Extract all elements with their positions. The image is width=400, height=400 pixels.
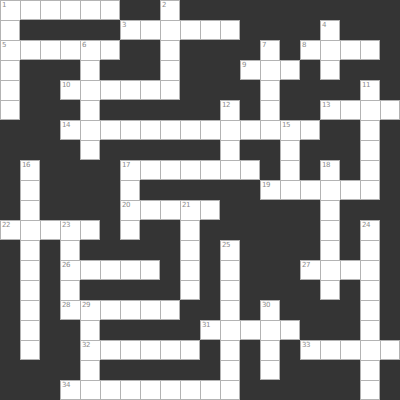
black-cell bbox=[380, 300, 400, 320]
black-cell bbox=[300, 160, 320, 180]
black-cell bbox=[340, 0, 360, 20]
black-cell bbox=[140, 140, 160, 160]
black-cell bbox=[20, 20, 40, 40]
grid-cell[interactable] bbox=[240, 320, 260, 340]
grid-cell[interactable] bbox=[280, 160, 300, 180]
black-cell bbox=[220, 60, 240, 80]
black-cell bbox=[160, 100, 180, 120]
black-cell bbox=[40, 360, 60, 380]
black-cell bbox=[20, 100, 40, 120]
grid-cell[interactable] bbox=[120, 120, 140, 140]
grid-cell[interactable]: 7 bbox=[260, 40, 280, 60]
black-cell bbox=[240, 300, 260, 320]
black-cell bbox=[100, 220, 120, 240]
grid-cell[interactable] bbox=[220, 320, 240, 340]
grid-cell[interactable]: 10 bbox=[60, 80, 80, 100]
grid-cell[interactable] bbox=[80, 220, 100, 240]
black-cell bbox=[20, 140, 40, 160]
grid-cell[interactable] bbox=[320, 260, 340, 280]
grid-cell[interactable] bbox=[20, 220, 40, 240]
grid-cell[interactable] bbox=[200, 380, 220, 400]
grid-cell[interactable] bbox=[180, 220, 200, 240]
grid-cell[interactable] bbox=[140, 260, 160, 280]
grid-cell[interactable] bbox=[120, 80, 140, 100]
black-cell bbox=[380, 180, 400, 200]
black-cell bbox=[240, 260, 260, 280]
grid-cell[interactable]: 29 bbox=[80, 300, 100, 320]
grid-cell[interactable] bbox=[220, 300, 240, 320]
grid-cell[interactable]: 1 bbox=[0, 0, 20, 20]
black-cell bbox=[300, 200, 320, 220]
black-cell bbox=[160, 220, 180, 240]
grid-cell[interactable]: 20 bbox=[120, 200, 140, 220]
black-cell bbox=[80, 240, 100, 260]
black-cell bbox=[20, 360, 40, 380]
black-cell bbox=[300, 220, 320, 240]
black-cell bbox=[200, 340, 220, 360]
grid-cell[interactable] bbox=[80, 260, 100, 280]
black-cell bbox=[260, 160, 280, 180]
grid-cell[interactable] bbox=[20, 40, 40, 60]
black-cell bbox=[140, 220, 160, 240]
clue-number: 21 bbox=[182, 201, 190, 210]
grid-cell[interactable]: 5 bbox=[0, 40, 20, 60]
grid-cell[interactable]: 9 bbox=[240, 60, 260, 80]
black-cell bbox=[380, 40, 400, 60]
black-cell bbox=[280, 20, 300, 40]
black-cell bbox=[180, 140, 200, 160]
clue-number: 5 bbox=[2, 41, 6, 50]
grid-cell[interactable] bbox=[340, 260, 360, 280]
black-cell bbox=[180, 0, 200, 20]
black-cell bbox=[20, 80, 40, 100]
grid-cell[interactable] bbox=[340, 340, 360, 360]
grid-cell[interactable]: 14 bbox=[60, 120, 80, 140]
grid-cell[interactable]: 11 bbox=[360, 80, 380, 100]
grid-cell[interactable] bbox=[20, 0, 40, 20]
grid-cell[interactable] bbox=[220, 160, 240, 180]
black-cell bbox=[0, 280, 20, 300]
black-cell bbox=[380, 360, 400, 380]
grid-cell[interactable] bbox=[140, 300, 160, 320]
black-cell bbox=[200, 220, 220, 240]
grid-cell[interactable] bbox=[40, 0, 60, 20]
grid-cell[interactable] bbox=[60, 40, 80, 60]
grid-cell[interactable] bbox=[360, 160, 380, 180]
grid-cell[interactable] bbox=[120, 340, 140, 360]
black-cell bbox=[380, 220, 400, 240]
black-cell bbox=[140, 40, 160, 60]
black-cell bbox=[120, 100, 140, 120]
grid-cell[interactable]: 26 bbox=[60, 260, 80, 280]
black-cell bbox=[300, 240, 320, 260]
grid-cell[interactable]: 27 bbox=[300, 260, 320, 280]
black-cell bbox=[380, 280, 400, 300]
grid-cell[interactable] bbox=[100, 40, 120, 60]
black-cell bbox=[0, 300, 20, 320]
black-cell bbox=[240, 380, 260, 400]
black-cell bbox=[260, 220, 280, 240]
grid-cell[interactable]: 12 bbox=[220, 100, 240, 120]
black-cell bbox=[240, 340, 260, 360]
clue-number: 10 bbox=[62, 81, 70, 90]
grid-cell[interactable] bbox=[260, 320, 280, 340]
black-cell bbox=[0, 160, 20, 180]
grid-cell[interactable] bbox=[20, 340, 40, 360]
grid-cell[interactable] bbox=[360, 380, 380, 400]
grid-cell[interactable] bbox=[20, 240, 40, 260]
grid-cell[interactable] bbox=[360, 240, 380, 260]
grid-cell[interactable] bbox=[320, 240, 340, 260]
black-cell bbox=[380, 260, 400, 280]
grid-cell[interactable] bbox=[140, 380, 160, 400]
grid-cell[interactable] bbox=[80, 360, 100, 380]
grid-cell[interactable] bbox=[180, 160, 200, 180]
grid-cell[interactable] bbox=[300, 120, 320, 140]
grid-cell[interactable] bbox=[360, 180, 380, 200]
grid-cell[interactable] bbox=[360, 120, 380, 140]
black-cell bbox=[120, 0, 140, 20]
black-cell bbox=[180, 100, 200, 120]
black-cell bbox=[340, 20, 360, 40]
grid-cell[interactable] bbox=[360, 340, 380, 360]
black-cell bbox=[320, 80, 340, 100]
grid-cell[interactable] bbox=[380, 340, 400, 360]
grid-cell[interactable] bbox=[160, 380, 180, 400]
grid-cell[interactable] bbox=[320, 280, 340, 300]
black-cell bbox=[380, 20, 400, 40]
grid-cell[interactable] bbox=[180, 340, 200, 360]
grid-cell[interactable] bbox=[320, 180, 340, 200]
grid-cell[interactable]: 8 bbox=[300, 40, 320, 60]
grid-cell[interactable] bbox=[160, 80, 180, 100]
grid-cell[interactable] bbox=[140, 340, 160, 360]
grid-cell[interactable] bbox=[200, 160, 220, 180]
black-cell bbox=[60, 20, 80, 40]
grid-cell[interactable] bbox=[320, 60, 340, 80]
grid-cell[interactable] bbox=[360, 280, 380, 300]
grid-cell[interactable] bbox=[120, 300, 140, 320]
grid-cell[interactable] bbox=[260, 340, 280, 360]
grid-cell[interactable] bbox=[340, 40, 360, 60]
grid-cell[interactable] bbox=[380, 100, 400, 120]
black-cell bbox=[60, 60, 80, 80]
grid-cell[interactable]: 21 bbox=[180, 200, 200, 220]
grid-cell[interactable] bbox=[260, 360, 280, 380]
black-cell bbox=[260, 380, 280, 400]
black-cell bbox=[0, 340, 20, 360]
black-cell bbox=[380, 0, 400, 20]
black-cell bbox=[260, 240, 280, 260]
clue-number: 9 bbox=[242, 61, 246, 70]
grid-cell[interactable] bbox=[180, 240, 200, 260]
black-cell bbox=[0, 360, 20, 380]
grid-cell[interactable] bbox=[160, 20, 180, 40]
black-cell bbox=[120, 240, 140, 260]
black-cell bbox=[40, 180, 60, 200]
grid-cell[interactable]: 15 bbox=[280, 120, 300, 140]
black-cell bbox=[140, 0, 160, 20]
grid-cell[interactable] bbox=[100, 120, 120, 140]
black-cell bbox=[40, 340, 60, 360]
black-cell bbox=[100, 200, 120, 220]
grid-cell[interactable]: 31 bbox=[200, 320, 220, 340]
black-cell bbox=[120, 60, 140, 80]
black-cell bbox=[300, 0, 320, 20]
black-cell bbox=[40, 260, 60, 280]
grid-cell[interactable] bbox=[100, 260, 120, 280]
grid-cell[interactable] bbox=[40, 220, 60, 240]
grid-cell[interactable] bbox=[280, 60, 300, 80]
black-cell bbox=[300, 100, 320, 120]
grid-cell[interactable] bbox=[20, 300, 40, 320]
black-cell bbox=[340, 380, 360, 400]
grid-cell[interactable] bbox=[220, 340, 240, 360]
black-cell bbox=[280, 260, 300, 280]
black-cell bbox=[60, 320, 80, 340]
grid-cell[interactable] bbox=[360, 40, 380, 60]
black-cell bbox=[240, 0, 260, 20]
grid-cell[interactable] bbox=[140, 20, 160, 40]
grid-cell[interactable] bbox=[360, 300, 380, 320]
grid-cell[interactable] bbox=[220, 260, 240, 280]
grid-cell[interactable] bbox=[220, 140, 240, 160]
grid-cell[interactable] bbox=[200, 120, 220, 140]
black-cell bbox=[320, 360, 340, 380]
grid-cell[interactable] bbox=[20, 280, 40, 300]
grid-cell[interactable] bbox=[120, 180, 140, 200]
black-cell bbox=[380, 80, 400, 100]
grid-cell[interactable] bbox=[320, 340, 340, 360]
black-cell bbox=[100, 240, 120, 260]
black-cell bbox=[240, 100, 260, 120]
grid-cell[interactable] bbox=[100, 340, 120, 360]
grid-cell[interactable] bbox=[280, 180, 300, 200]
grid-cell[interactable] bbox=[360, 320, 380, 340]
grid-cell[interactable] bbox=[100, 80, 120, 100]
black-cell bbox=[100, 100, 120, 120]
grid-cell[interactable] bbox=[100, 380, 120, 400]
black-cell bbox=[200, 360, 220, 380]
black-cell bbox=[20, 60, 40, 80]
black-cell bbox=[40, 20, 60, 40]
black-cell bbox=[100, 20, 120, 40]
grid-cell[interactable] bbox=[80, 320, 100, 340]
grid-cell[interactable] bbox=[80, 380, 100, 400]
black-cell bbox=[80, 20, 100, 40]
clue-number: 14 bbox=[62, 121, 70, 130]
grid-cell[interactable] bbox=[320, 200, 340, 220]
clue-number: 25 bbox=[222, 241, 230, 250]
grid-cell[interactable] bbox=[320, 40, 340, 60]
grid-cell[interactable]: 3 bbox=[120, 20, 140, 40]
grid-cell[interactable] bbox=[180, 120, 200, 140]
grid-cell[interactable]: 13 bbox=[320, 100, 340, 120]
grid-cell[interactable] bbox=[200, 200, 220, 220]
grid-cell[interactable] bbox=[160, 300, 180, 320]
grid-cell[interactable] bbox=[160, 120, 180, 140]
grid-cell[interactable] bbox=[80, 140, 100, 160]
grid-cell[interactable]: 33 bbox=[300, 340, 320, 360]
grid-cell[interactable] bbox=[80, 0, 100, 20]
grid-cell[interactable] bbox=[100, 300, 120, 320]
grid-cell[interactable] bbox=[120, 260, 140, 280]
clue-number: 29 bbox=[82, 301, 90, 310]
grid-cell[interactable] bbox=[360, 140, 380, 160]
grid-cell[interactable] bbox=[80, 100, 100, 120]
grid-cell[interactable] bbox=[220, 20, 240, 40]
grid-cell[interactable] bbox=[360, 360, 380, 380]
black-cell bbox=[200, 100, 220, 120]
clue-number: 30 bbox=[262, 301, 270, 310]
black-cell bbox=[380, 160, 400, 180]
grid-cell[interactable]: 2 bbox=[160, 0, 180, 20]
black-cell bbox=[320, 140, 340, 160]
grid-cell[interactable]: 23 bbox=[60, 220, 80, 240]
grid-cell[interactable]: 32 bbox=[80, 340, 100, 360]
black-cell bbox=[380, 60, 400, 80]
grid-cell[interactable] bbox=[100, 0, 120, 20]
black-cell bbox=[120, 320, 140, 340]
grid-cell[interactable] bbox=[140, 120, 160, 140]
grid-cell[interactable] bbox=[20, 260, 40, 280]
black-cell bbox=[300, 360, 320, 380]
grid-cell[interactable] bbox=[220, 380, 240, 400]
black-cell bbox=[380, 380, 400, 400]
grid-cell[interactable] bbox=[0, 20, 20, 40]
black-cell bbox=[40, 160, 60, 180]
grid-cell[interactable] bbox=[40, 40, 60, 60]
grid-cell[interactable] bbox=[60, 240, 80, 260]
black-cell bbox=[160, 180, 180, 200]
black-cell bbox=[140, 280, 160, 300]
black-cell bbox=[300, 380, 320, 400]
grid-cell[interactable]: 25 bbox=[220, 240, 240, 260]
grid-cell[interactable] bbox=[0, 80, 20, 100]
black-cell bbox=[240, 140, 260, 160]
black-cell bbox=[140, 320, 160, 340]
black-cell bbox=[60, 100, 80, 120]
grid-cell[interactable] bbox=[140, 200, 160, 220]
grid-cell[interactable] bbox=[80, 60, 100, 80]
grid-cell[interactable] bbox=[80, 120, 100, 140]
black-cell bbox=[260, 200, 280, 220]
grid-cell[interactable] bbox=[60, 0, 80, 20]
grid-cell[interactable] bbox=[340, 180, 360, 200]
black-cell bbox=[100, 280, 120, 300]
grid-cell[interactable]: 24 bbox=[360, 220, 380, 240]
grid-cell[interactable] bbox=[360, 260, 380, 280]
grid-cell[interactable] bbox=[140, 80, 160, 100]
grid-cell[interactable]: 18 bbox=[320, 160, 340, 180]
clue-number: 20 bbox=[122, 201, 130, 210]
grid-cell[interactable] bbox=[260, 100, 280, 120]
grid-cell[interactable] bbox=[180, 280, 200, 300]
grid-cell[interactable]: 34 bbox=[60, 380, 80, 400]
black-cell bbox=[200, 40, 220, 60]
clue-number: 32 bbox=[82, 341, 90, 350]
grid-cell[interactable] bbox=[160, 40, 180, 60]
grid-cell[interactable] bbox=[180, 20, 200, 40]
black-cell bbox=[300, 320, 320, 340]
grid-cell[interactable] bbox=[300, 180, 320, 200]
grid-cell[interactable]: 19 bbox=[260, 180, 280, 200]
black-cell bbox=[280, 80, 300, 100]
grid-cell[interactable]: 22 bbox=[0, 220, 20, 240]
grid-cell[interactable] bbox=[280, 140, 300, 160]
black-cell bbox=[200, 280, 220, 300]
black-cell bbox=[80, 160, 100, 180]
grid-cell[interactable] bbox=[180, 260, 200, 280]
grid-cell[interactable]: 30 bbox=[260, 300, 280, 320]
grid-cell[interactable] bbox=[80, 80, 100, 100]
black-cell bbox=[240, 180, 260, 200]
grid-cell[interactable] bbox=[0, 60, 20, 80]
grid-cell[interactable] bbox=[160, 160, 180, 180]
grid-cell[interactable] bbox=[20, 200, 40, 220]
grid-cell[interactable] bbox=[20, 320, 40, 340]
grid-cell[interactable] bbox=[220, 280, 240, 300]
black-cell bbox=[0, 180, 20, 200]
grid-cell[interactable] bbox=[360, 100, 380, 120]
grid-cell[interactable] bbox=[120, 220, 140, 240]
grid-cell[interactable]: 6 bbox=[80, 40, 100, 60]
black-cell bbox=[360, 0, 380, 20]
black-cell bbox=[300, 60, 320, 80]
grid-cell[interactable] bbox=[280, 320, 300, 340]
grid-cell[interactable]: 17 bbox=[120, 160, 140, 180]
grid-cell[interactable] bbox=[260, 60, 280, 80]
black-cell bbox=[120, 280, 140, 300]
grid-cell[interactable] bbox=[180, 380, 200, 400]
black-cell bbox=[380, 320, 400, 340]
grid-cell[interactable] bbox=[340, 100, 360, 120]
black-cell bbox=[160, 280, 180, 300]
black-cell bbox=[340, 80, 360, 100]
grid-cell[interactable] bbox=[60, 280, 80, 300]
grid-cell[interactable] bbox=[220, 360, 240, 380]
black-cell bbox=[340, 360, 360, 380]
grid-cell[interactable]: 28 bbox=[60, 300, 80, 320]
black-cell bbox=[80, 180, 100, 200]
black-cell bbox=[340, 140, 360, 160]
grid-cell[interactable] bbox=[140, 160, 160, 180]
grid-cell[interactable] bbox=[240, 160, 260, 180]
clue-number: 4 bbox=[322, 21, 326, 30]
grid-cell[interactable] bbox=[160, 340, 180, 360]
black-cell bbox=[180, 60, 200, 80]
grid-cell[interactable] bbox=[260, 120, 280, 140]
grid-cell[interactable] bbox=[240, 120, 260, 140]
grid-cell[interactable]: 4 bbox=[320, 20, 340, 40]
grid-cell[interactable] bbox=[200, 20, 220, 40]
grid-cell[interactable] bbox=[20, 180, 40, 200]
grid-cell[interactable]: 16 bbox=[20, 160, 40, 180]
black-cell bbox=[340, 60, 360, 80]
grid-cell[interactable] bbox=[320, 220, 340, 240]
grid-cell[interactable] bbox=[220, 120, 240, 140]
black-cell bbox=[100, 320, 120, 340]
grid-cell[interactable] bbox=[0, 100, 20, 120]
grid-cell[interactable] bbox=[160, 60, 180, 80]
grid-cell[interactable] bbox=[120, 380, 140, 400]
black-cell bbox=[200, 180, 220, 200]
black-cell bbox=[200, 0, 220, 20]
black-cell bbox=[40, 120, 60, 140]
grid-cell[interactable] bbox=[160, 200, 180, 220]
black-cell bbox=[280, 340, 300, 360]
grid-cell[interactable] bbox=[260, 80, 280, 100]
